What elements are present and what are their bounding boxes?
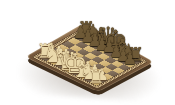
piece-black-pawn: ♟ [116,47,131,63]
piece-black-rook: ♜ [127,46,144,65]
piece-white-pawn: ♟ [66,52,81,69]
piece-black-rook: ♜ [77,18,95,38]
piece-white-bishop: ♝ [50,47,70,70]
chess-pieces: ♜♞♝♛♚♝♞♜♟♟♟♟♟♟♟♟♟♟♟♟♟♟♟♟♜♞♝♛♚♝♞♜ [0,0,175,105]
piece-white-rook: ♜ [37,42,55,62]
piece-black-queen: ♛ [96,25,120,52]
piece-white-pawn: ♟ [59,48,74,65]
piece-white-pawn: ♟ [88,63,102,79]
piece-white-bishop: ♝ [72,58,92,80]
piece-black-knight: ♞ [119,40,138,61]
piece-black-pawn: ♟ [123,51,138,67]
piece-white-knight: ♞ [43,44,63,66]
piece-white-pawn: ♟ [51,45,66,62]
piece-black-pawn: ♟ [109,44,124,60]
piece-black-king: ♚ [103,27,128,55]
chess-set-product-photo: ♜♞♝♛♚♝♞♜♟♟♟♟♟♟♟♟♟♟♟♟♟♟♟♟♜♞♝♛♚♝♞♜ [0,0,175,105]
piece-white-pawn: ♟ [95,67,109,83]
piece-white-pawn: ♟ [44,41,59,58]
piece-black-pawn: ♟ [73,24,88,41]
piece-black-knight: ♞ [84,20,104,42]
piece-black-pawn: ♟ [88,32,103,49]
piece-black-bishop: ♝ [112,36,132,59]
piece-white-queen: ♛ [56,47,79,73]
piece-white-pawn: ♟ [73,56,88,72]
piece-black-pawn: ♟ [95,36,110,53]
piece-white-king: ♚ [63,50,87,77]
piece-black-pawn: ♟ [80,28,95,45]
piece-black-pawn: ♟ [102,40,117,57]
piece-white-rook: ♜ [88,68,105,87]
piece-black-bishop: ♝ [91,23,112,46]
piece-white-pawn: ♟ [81,60,96,76]
piece-white-knight: ♞ [80,62,99,83]
